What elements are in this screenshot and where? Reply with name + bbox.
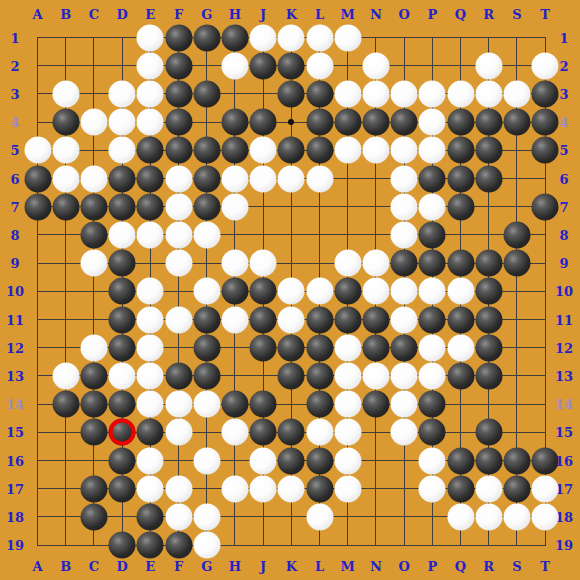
last-move-marker xyxy=(109,419,136,446)
marker-layer xyxy=(0,0,580,580)
go-board[interactable]: AABBCCDDEEFFGGHHJJKKLLMMNNOOPPQQRRSSTT11… xyxy=(0,0,580,580)
